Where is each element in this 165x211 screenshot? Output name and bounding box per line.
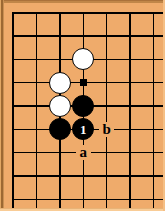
white-stone: [72, 48, 94, 70]
board-frame-bottom: [0, 208, 165, 211]
point-label-b: b: [99, 122, 114, 137]
white-stone: [49, 72, 71, 94]
board-frame-left: [0, 0, 4, 211]
star-point-square-marker: [80, 79, 87, 86]
go-board-diagram: 1ab: [0, 0, 165, 211]
board-grid: 1ab: [2, 1, 165, 211]
black-stone: [72, 95, 94, 117]
board-frame-top: [0, 0, 165, 3]
black-stone: [49, 118, 71, 140]
black-stone-move-1: 1: [72, 118, 94, 140]
point-label-a: a: [76, 145, 91, 160]
white-stone: [49, 95, 71, 117]
move-number: 1: [80, 122, 87, 135]
board-frame-right: [163, 0, 165, 211]
